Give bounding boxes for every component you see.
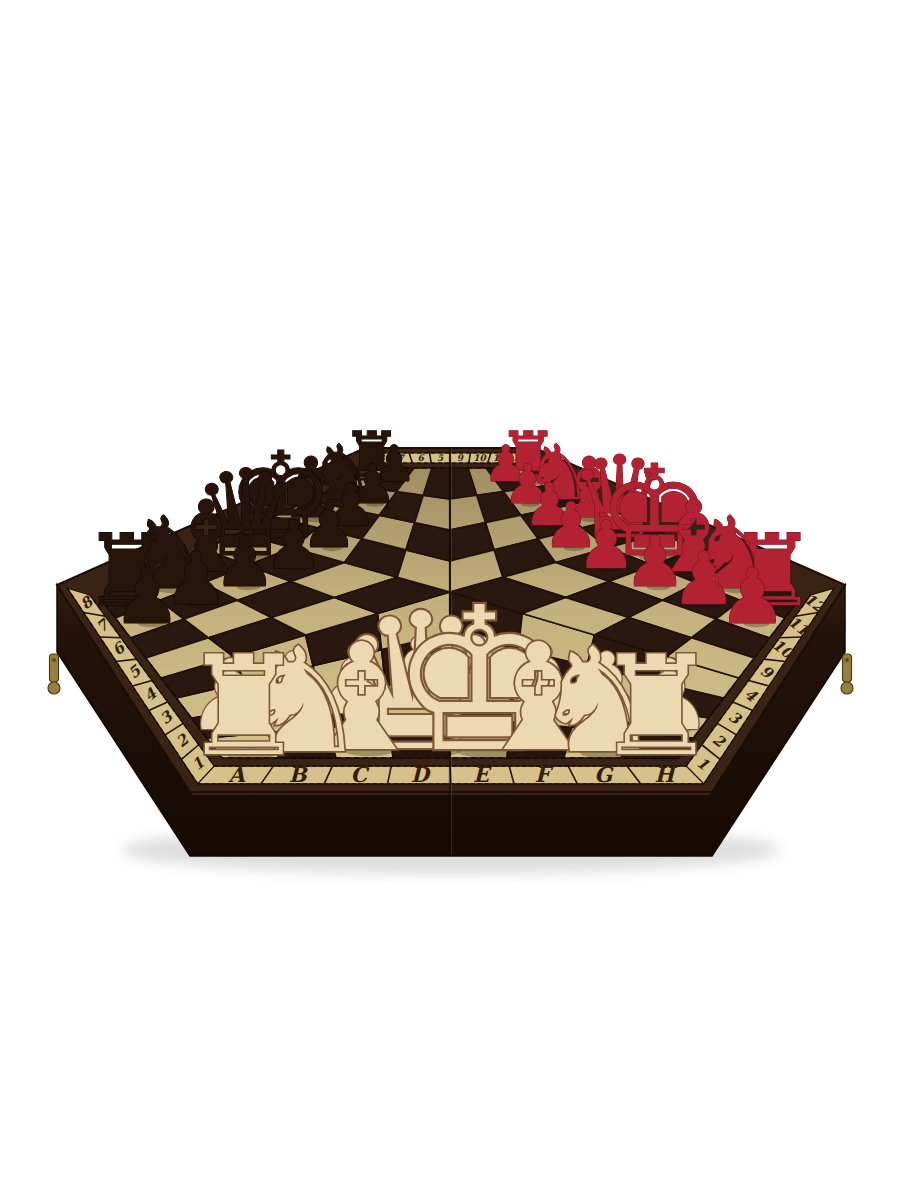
piece-red-pawn: ♟ bbox=[718, 552, 787, 641]
label-strip-top-label-9: 9 bbox=[457, 453, 464, 463]
piece-white-rook: ♜ bbox=[594, 626, 718, 787]
latch-left bbox=[48, 654, 60, 694]
three-player-chess-board: 8765432112349101112ABCDEFGH87659101112♜♜… bbox=[0, 0, 900, 1200]
piece-black-pawn: ♟ bbox=[113, 552, 182, 641]
piece-white-rook: ♜ bbox=[182, 626, 306, 787]
latch-right bbox=[841, 654, 853, 694]
label-strip-top-label-5: 5 bbox=[437, 453, 444, 463]
product-photo-stage: 8765432112349101112ABCDEFGH87659101112♜♜… bbox=[0, 0, 900, 1200]
